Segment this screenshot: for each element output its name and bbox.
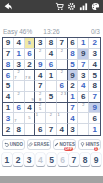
keypad-digit-9[interactable]: 9 xyxy=(91,153,101,166)
cell-r3c9[interactable]: 4 xyxy=(89,60,100,71)
cell-r7c8[interactable]: 2 xyxy=(78,103,89,114)
cell-r2c7[interactable]: 8 xyxy=(68,49,79,60)
top-app-bar xyxy=(0,0,103,13)
pencil-notes: 2 xyxy=(57,49,67,59)
game-status-row: Easy 46% 13:26 0/3 xyxy=(3,28,100,36)
action-toolbar: UNDO ERASE NOTES OFF HINTS 1 xyxy=(2,139,101,150)
erase-label: ERASE xyxy=(34,142,50,147)
cell-r8c4[interactable]: 1 xyxy=(35,113,46,124)
cell-r4c1[interactable]: 6 xyxy=(3,70,14,81)
cell-r6c2[interactable]: 2 xyxy=(14,92,25,103)
keypad-digit-8[interactable]: 8 xyxy=(80,153,90,166)
cell-r8c9[interactable]: 6 xyxy=(89,113,100,124)
cell-r1c2[interactable]: 4 xyxy=(14,38,25,49)
settings-gear-icon[interactable] xyxy=(67,2,76,11)
difficulty-label: Easy 46% xyxy=(3,28,35,36)
cell-r8c3[interactable]: 5 xyxy=(25,113,36,124)
hints-button[interactable]: HINTS 1 xyxy=(78,139,101,150)
hints-count-badge: 1 xyxy=(94,147,98,151)
cell-r2c5[interactable]: 4 xyxy=(46,49,57,60)
cell-r2c1[interactable]: 7 xyxy=(3,49,14,60)
cell-r1c1[interactable]: 9 xyxy=(3,38,14,49)
cell-r2c9[interactable]: 3 xyxy=(89,49,100,60)
themes-palette-icon[interactable] xyxy=(91,2,100,11)
cell-r6c1[interactable]: 4 xyxy=(3,92,14,103)
lightbulb-icon xyxy=(80,142,85,147)
cell-r7c9[interactable]: 9 xyxy=(89,103,100,114)
keypad-digit-6[interactable]: 6 xyxy=(58,153,68,166)
cell-r8c1[interactable]: 3 xyxy=(3,113,14,124)
cell-r2c8[interactable]: 9 xyxy=(78,49,89,60)
cell-r4c6[interactable]: 2 xyxy=(57,70,68,81)
sudoku-board: 9453876127162428938329657462778412935576… xyxy=(2,37,101,136)
keypad-digit-2[interactable]: 2 xyxy=(13,153,23,166)
pencil-notes: 78 xyxy=(25,70,35,80)
hints-label: HINTS xyxy=(86,142,100,147)
cell-r1c9[interactable]: 2 xyxy=(89,38,100,49)
cell-r1c3[interactable]: 5 xyxy=(25,38,36,49)
pencil-notes: 2 xyxy=(78,103,88,113)
cell-r2c6[interactable]: 2 xyxy=(57,49,68,60)
cell-r8c5[interactable]: 2 xyxy=(46,113,57,124)
cell-r1c7[interactable]: 6 xyxy=(68,38,79,49)
pencil-notes: 28 xyxy=(35,92,45,102)
notes-off-badge: OFF xyxy=(64,147,73,151)
cell-r4c4[interactable]: 4 xyxy=(35,70,46,81)
notes-button[interactable]: NOTES OFF xyxy=(53,139,77,150)
back-arrow-icon[interactable] xyxy=(3,2,12,11)
cell-r9c5[interactable]: 7 xyxy=(46,124,57,135)
shop-cart-icon[interactable] xyxy=(55,2,64,11)
cell-r4c2[interactable]: 27 xyxy=(14,70,25,81)
pencil-notes: 25 xyxy=(35,103,45,113)
cell-r3c3[interactable]: 2 xyxy=(25,60,36,71)
cell-r5c3[interactable] xyxy=(25,81,36,92)
pencil-notes: 2 xyxy=(57,70,67,80)
cell-r6c5[interactable]: 5 xyxy=(46,92,57,103)
erase-button[interactable]: ERASE xyxy=(27,139,51,150)
cell-r4c9[interactable]: 5 xyxy=(89,70,100,81)
keypad-digit-5[interactable]: 5 xyxy=(47,153,57,166)
cell-r6c3[interactable]: 9 xyxy=(25,92,36,103)
pencil-notes: 7 xyxy=(14,113,24,123)
cell-r4c5[interactable]: 1 xyxy=(46,70,57,81)
keypad-digit-4[interactable]: 4 xyxy=(36,153,46,166)
timer: 13:26 xyxy=(35,28,67,36)
pencil-notes: 23 xyxy=(57,92,67,102)
cell-r3c8[interactable]: 7 xyxy=(78,60,89,71)
number-keypad: 123456789 xyxy=(2,153,101,166)
pencil-icon xyxy=(54,142,59,147)
cell-r4c7[interactable]: 9 xyxy=(68,70,79,81)
ad-banner xyxy=(0,176,103,183)
cell-r1c8[interactable]: 1 xyxy=(78,38,89,49)
cell-r2c3[interactable]: 6 xyxy=(25,49,36,60)
undo-icon xyxy=(4,142,9,147)
cell-r9c3[interactable] xyxy=(25,124,36,135)
sudoku-app-screen: Easy 46% 13:26 0/3 945387612716242893832… xyxy=(0,0,103,183)
cell-r7c1[interactable]: 1 xyxy=(3,103,14,114)
pencil-notes: 5 xyxy=(25,38,35,48)
cell-r9c4[interactable]: 6 xyxy=(35,124,46,135)
cell-r9c1[interactable]: 2 xyxy=(3,124,14,135)
cell-r5c8[interactable]: 4 xyxy=(78,81,89,92)
cell-r8c7[interactable]: 4 xyxy=(68,113,79,124)
pencil-notes: 2 xyxy=(35,49,45,59)
cell-r8c8[interactable] xyxy=(78,113,89,124)
cell-r2c2[interactable]: 1 xyxy=(14,49,25,60)
keypad-digit-1[interactable]: 1 xyxy=(2,153,12,166)
cell-r9c8[interactable] xyxy=(78,124,89,135)
cell-r8c6[interactable]: 1 xyxy=(57,113,68,124)
cell-r5c7[interactable]: 2 xyxy=(68,81,79,92)
pencil-notes: 1 xyxy=(35,113,45,123)
cell-r8c2[interactable]: 7 xyxy=(14,113,25,124)
cell-r9c2[interactable]: 8 xyxy=(14,124,25,135)
cell-r4c3[interactable]: 78 xyxy=(25,70,36,81)
cell-r9c6[interactable]: 4 xyxy=(57,124,68,135)
cell-r5c9[interactable]: 8 xyxy=(89,81,100,92)
keypad-digit-3[interactable]: 3 xyxy=(24,153,34,166)
cell-r7c7[interactable]: 7 xyxy=(68,103,79,114)
cell-r5c1[interactable]: 5 xyxy=(3,81,14,92)
cell-r6c7[interactable]: 1 xyxy=(68,92,79,103)
pencil-notes: 5 xyxy=(25,113,35,123)
pencil-notes: 1 xyxy=(57,113,67,123)
undo-label: UNDO xyxy=(10,142,23,147)
cell-r5c5[interactable] xyxy=(46,81,57,92)
cell-r2c4[interactable]: 2 xyxy=(35,49,46,60)
keypad-digit-7[interactable]: 7 xyxy=(69,153,79,166)
pencil-notes: 2 xyxy=(46,113,56,123)
cell-r4c8[interactable]: 3 xyxy=(78,70,89,81)
cell-r3c4[interactable]: 9 xyxy=(35,60,46,71)
cell-r9c9[interactable]: 1 xyxy=(89,124,100,135)
pencil-notes: 2 xyxy=(14,92,24,102)
statistics-bars-icon[interactable] xyxy=(79,2,88,11)
pencil-notes: 9 xyxy=(25,92,35,102)
cell-r1c5[interactable]: 8 xyxy=(46,38,57,49)
undo-button[interactable]: UNDO xyxy=(2,139,25,150)
cell-r7c2[interactable]: 6 xyxy=(14,103,25,114)
cell-r3c7[interactable]: 5 xyxy=(68,60,79,71)
cell-r9c7[interactable]: 3 xyxy=(68,124,79,135)
eraser-icon xyxy=(28,142,33,147)
pencil-notes: 27 xyxy=(14,70,24,80)
mistakes-counter: 0/3 xyxy=(68,28,100,36)
cell-r7c3[interactable]: 4 xyxy=(25,103,36,114)
cell-r6c6[interactable]: 23 xyxy=(57,92,68,103)
cell-r3c1[interactable]: 8 xyxy=(3,60,14,71)
cell-r6c9[interactable]: 7 xyxy=(89,92,100,103)
cell-r3c5[interactable]: 6 xyxy=(46,60,57,71)
note-digit-9: 9 xyxy=(31,98,34,102)
